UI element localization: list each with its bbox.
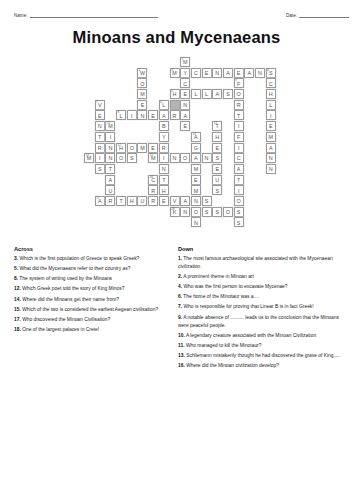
cell-letter: T: [109, 167, 112, 172]
cell-letter: N: [215, 71, 219, 76]
grid-cell[interactable]: R: [148, 185, 158, 195]
empty-space: [116, 175, 126, 185]
grid-cell[interactable]: T: [95, 132, 105, 142]
empty-space: [266, 57, 276, 67]
grid-cell[interactable]: S: [212, 185, 222, 195]
empty-space: [255, 78, 265, 88]
cell-letter: E: [183, 124, 187, 129]
grid-cell[interactable]: I: [127, 110, 137, 120]
grid-cell[interactable]: M: [191, 185, 201, 195]
grid-cell[interactable]: 17A: [95, 196, 105, 206]
grid-cell[interactable]: A: [159, 110, 169, 120]
cell-letter: E: [237, 71, 241, 76]
cell-letter: A: [194, 156, 198, 161]
cell-letter: U: [140, 199, 144, 204]
grid-cell[interactable]: I: [234, 185, 244, 195]
cell-letter: R: [151, 199, 155, 204]
cell-letter: L: [194, 92, 197, 97]
cell-letter: A: [98, 199, 102, 204]
cell-letter: A: [183, 199, 187, 204]
empty-space: [105, 78, 115, 88]
grid-cell[interactable]: S: [234, 217, 244, 227]
empty-space: [234, 57, 244, 67]
empty-space: [202, 78, 212, 88]
grid-cell[interactable]: N: [159, 164, 169, 174]
grid-cell[interactable]: C: [234, 153, 244, 163]
grid-cell[interactable]: 15M: [148, 153, 158, 163]
empty-space: [202, 185, 212, 195]
grid-cell[interactable]: L: [191, 89, 201, 99]
empty-space: [137, 121, 147, 131]
grid-cell[interactable]: E: [180, 121, 190, 131]
empty-space: [137, 164, 147, 174]
empty-space: [255, 110, 265, 120]
grid-cell[interactable]: T: [116, 196, 126, 206]
empty-space: [127, 78, 137, 88]
grid-cell[interactable]: H: [266, 89, 276, 99]
empty-space: [84, 143, 94, 153]
empty-space: [212, 196, 222, 206]
grid-cell[interactable]: 12H: [116, 143, 126, 153]
empty-space: [244, 217, 254, 227]
date-label: Date:: [286, 13, 297, 18]
grid-cell[interactable]: R: [95, 143, 105, 153]
grid-cell[interactable]: E: [148, 110, 158, 120]
grid-cell[interactable]: N: [105, 143, 115, 153]
grid-cell[interactable]: T: [234, 175, 244, 185]
grid-cell[interactable]: M: [137, 89, 147, 99]
cell-letter: M: [140, 145, 145, 150]
cell-letter: C: [269, 81, 273, 86]
empty-space: [116, 132, 126, 142]
grid-cell[interactable]: N: [180, 100, 190, 110]
cell-letter: E: [215, 167, 219, 172]
empty-space: [148, 89, 158, 99]
empty-space: [223, 153, 233, 163]
clue-item-across-17: 17. Who discovered the Minoan Civilisati…: [14, 316, 172, 324]
empty-space: [84, 78, 94, 88]
cell-letter: N: [194, 220, 198, 225]
empty-space: [255, 121, 265, 131]
grid-cell[interactable]: N: [191, 196, 201, 206]
grid-cell[interactable]: I: [159, 153, 169, 163]
grid-cell[interactable]: A: [223, 68, 233, 78]
grid-cell[interactable]: N: [191, 217, 201, 227]
cell-letter: G: [194, 145, 198, 150]
grid-cell[interactable]: S: [202, 207, 212, 217]
name-label: Name:: [14, 13, 28, 18]
cell-letter: F: [237, 81, 240, 86]
empty-space: [137, 132, 147, 142]
grid-cell[interactable]: 4S: [266, 68, 276, 78]
grid-cell[interactable]: V: [170, 196, 180, 206]
grid-cell[interactable]: A: [234, 164, 244, 174]
grid-cell[interactable]: O: [234, 196, 244, 206]
empty-space: [137, 185, 147, 195]
cell-letter: S: [237, 220, 241, 225]
cell-letter: S: [130, 156, 134, 161]
grid-cell[interactable]: N: [212, 68, 222, 78]
shaded-cell[interactable]: [170, 100, 180, 110]
cell-letter: T: [237, 178, 240, 183]
empty-space: [84, 121, 94, 131]
cell-letter: R: [162, 145, 166, 150]
down-header: Down: [178, 246, 344, 252]
grid-cell[interactable]: A: [180, 110, 190, 120]
empty-space: [191, 78, 201, 88]
grid-cell[interactable]: T: [159, 175, 169, 185]
cell-letter: H: [215, 135, 219, 140]
grid-cell[interactable]: 18K: [170, 207, 180, 217]
grid-cell[interactable]: S: [95, 164, 105, 174]
grid-cell[interactable]: R: [170, 110, 180, 120]
cell-letter: F: [237, 135, 240, 140]
cell-letter: N: [98, 124, 102, 129]
grid-cell[interactable]: E: [234, 68, 244, 78]
empty-space: [84, 100, 94, 110]
empty-space: [244, 175, 254, 185]
clue-item-down-1: 1. The most famous archaeological site a…: [178, 255, 344, 271]
grid-cell[interactable]: H: [127, 196, 137, 206]
grid-cell[interactable]: C: [180, 78, 190, 88]
name-blank-line[interactable]: [30, 13, 158, 18]
empty-space: [170, 185, 180, 195]
grid-cell[interactable]: M: [191, 164, 201, 174]
grid-cell[interactable]: I: [105, 132, 115, 142]
empty-space: [170, 57, 180, 67]
cell-letter: C: [151, 178, 155, 183]
cell-letter: M: [194, 167, 199, 172]
grid-cell[interactable]: S: [223, 89, 233, 99]
empty-space: [127, 68, 137, 78]
empty-space: [191, 110, 201, 120]
cell-letter: S: [226, 92, 230, 97]
grid-cell[interactable]: N: [266, 164, 276, 174]
clue-item-down-13: 13. Schliemann mistakenly thought he had…: [178, 352, 344, 360]
grid-cell[interactable]: N: [202, 153, 212, 163]
empty-space: [244, 153, 254, 163]
empty-space: [159, 217, 169, 227]
empty-space: [84, 217, 94, 227]
cell-letter: A: [237, 167, 241, 172]
grid-cell[interactable]: E: [159, 196, 169, 206]
empty-space: [116, 68, 126, 78]
empty-space: [255, 185, 265, 195]
cell-letter: I: [238, 188, 240, 193]
grid-cell[interactable]: I: [234, 143, 244, 153]
cell-letter: I: [270, 113, 272, 118]
cell-letter: E: [183, 92, 187, 97]
grid-cell[interactable]: A: [266, 143, 276, 153]
grid-cell[interactable]: E: [95, 110, 105, 120]
empty-space: [180, 185, 190, 195]
empty-space: [95, 175, 105, 185]
empty-space: [116, 207, 126, 217]
cell-letter: L: [162, 103, 165, 108]
empty-space: [159, 89, 169, 99]
cell-letter: H: [130, 199, 134, 204]
cell-letter: N: [108, 145, 112, 150]
clue-item-down-4: 4. Who was the first person to excavate …: [178, 283, 344, 291]
cell-letter: C: [194, 71, 198, 76]
grid-cell[interactable]: A: [105, 175, 115, 185]
cell-letter: L: [269, 103, 272, 108]
cell-letter: L: [205, 92, 208, 97]
empty-space: [84, 175, 94, 185]
grid-cell[interactable]: A: [212, 89, 222, 99]
grid-cell[interactable]: Y: [159, 132, 169, 142]
grid-cell[interactable]: O: [223, 207, 233, 217]
empty-space: [148, 57, 158, 67]
cell-letter: A: [162, 113, 166, 118]
clue-item-across-5: 5. What did the Mycenaeans refer to thei…: [14, 265, 172, 273]
empty-space: [137, 207, 147, 217]
grid-cell[interactable]: R: [159, 143, 169, 153]
grid-cell[interactable]: I: [234, 121, 244, 131]
grid-cell[interactable]: E: [137, 100, 147, 110]
grid-cell[interactable]: 10M: [105, 121, 115, 131]
cell-letter: H: [162, 188, 166, 193]
empty-space: [84, 132, 94, 142]
grid-cell[interactable]: R: [105, 196, 115, 206]
grid-cell[interactable]: N: [95, 121, 105, 131]
cell-letter: O: [194, 210, 198, 215]
grid-cell[interactable]: 13A: [191, 132, 201, 142]
cell-letter: E: [162, 199, 166, 204]
grid-cell[interactable]: E: [191, 175, 201, 185]
grid-cell[interactable]: B: [159, 121, 169, 131]
grid-cell[interactable]: 8L: [116, 110, 126, 120]
grid-cell[interactable]: 16C: [148, 175, 158, 185]
empty-space: [180, 164, 190, 174]
empty-space: [180, 143, 190, 153]
grid-cell[interactable]: T: [105, 164, 115, 174]
grid-cell[interactable]: Y: [180, 68, 190, 78]
grid-cell[interactable]: H: [212, 132, 222, 142]
cell-letter: O: [119, 156, 123, 161]
cell-letter: M: [172, 71, 177, 76]
empty-space: [202, 121, 212, 131]
empty-space: [116, 89, 126, 99]
grid-cell[interactable]: A: [180, 196, 190, 206]
grid-cell[interactable]: A: [191, 153, 201, 163]
empty-space: [116, 100, 126, 110]
empty-space: [170, 78, 180, 88]
empty-space: [127, 207, 137, 217]
cell-letter: N: [269, 167, 273, 172]
grid-cell[interactable]: 1M: [180, 57, 190, 67]
empty-space: [255, 175, 265, 185]
cell-letter: R: [151, 188, 155, 193]
cell-letter: S: [98, 167, 102, 172]
grid-cell[interactable]: H: [159, 185, 169, 195]
empty-space: [244, 100, 254, 110]
grid-cell[interactable]: 3M: [170, 68, 180, 78]
cell-letter: N: [183, 210, 187, 215]
empty-space: [244, 132, 254, 142]
grid-cell[interactable]: E: [202, 68, 212, 78]
cell-letter: Y: [162, 135, 166, 140]
cell-letter: E: [215, 145, 219, 150]
grid-cell[interactable]: 11T: [212, 121, 222, 131]
grid-cell[interactable]: O: [116, 153, 126, 163]
empty-space: [84, 196, 94, 206]
cell-letter: N: [258, 71, 262, 76]
empty-space: [191, 100, 201, 110]
grid-cell[interactable]: S: [212, 207, 222, 217]
cell-letter: O: [183, 156, 187, 161]
empty-space: [223, 121, 233, 131]
grid-cell[interactable]: L: [266, 100, 276, 110]
grid-cell[interactable]: S: [234, 207, 244, 217]
empty-space: [244, 78, 254, 88]
grid-cell[interactable]: N: [105, 153, 115, 163]
clue-item-down-2: 2. A prominent theme in Minoan art: [178, 273, 344, 281]
cell-letter: H: [119, 145, 123, 150]
empty-space: [148, 121, 158, 131]
grid-cell[interactable]: N: [137, 110, 147, 120]
grid-cell[interactable]: N: [255, 68, 265, 78]
across-clues-section: Across 3. Which is the first population …: [14, 246, 172, 336]
empty-space: [244, 89, 254, 99]
grid-cell[interactable]: A: [244, 68, 254, 78]
grid-cell[interactable]: 7V: [95, 100, 105, 110]
cell-letter: T: [162, 178, 165, 183]
grid-cell[interactable]: C: [266, 78, 276, 88]
empty-space: [105, 100, 115, 110]
cell-letter: I: [131, 113, 133, 118]
grid-cell[interactable]: C: [191, 68, 201, 78]
cell-letter: A: [183, 113, 187, 118]
clue-item-down-7: 7. Who is responsible for proving that L…: [178, 303, 344, 311]
empty-space: [244, 121, 254, 131]
empty-space: [202, 57, 212, 67]
empty-space: [95, 217, 105, 227]
grid-cell[interactable]: O: [127, 143, 137, 153]
empty-space: [180, 217, 190, 227]
empty-space: [170, 121, 180, 131]
grid-cell[interactable]: S: [202, 196, 212, 206]
empty-space: [159, 57, 169, 67]
empty-space: [223, 78, 233, 88]
cell-letter: K: [173, 210, 177, 215]
grid-cell[interactable]: S: [212, 153, 222, 163]
empty-space: [137, 153, 147, 163]
cell-letter: V: [173, 199, 177, 204]
cell-letter: N: [194, 199, 198, 204]
grid-cell[interactable]: O: [234, 89, 244, 99]
grid-cell[interactable]: S: [127, 153, 137, 163]
grid-cell[interactable]: N: [170, 153, 180, 163]
grid-cell[interactable]: E: [266, 121, 276, 131]
grid-cell[interactable]: G: [191, 143, 201, 153]
empty-space: [148, 68, 158, 78]
grid-cell[interactable]: I: [95, 153, 105, 163]
grid-cell[interactable]: 14M: [84, 153, 94, 163]
cell-letter: H: [269, 92, 273, 97]
empty-space: [170, 164, 180, 174]
cell-letter: R: [237, 103, 241, 108]
grid-cell[interactable]: N: [180, 207, 190, 217]
empty-space: [84, 110, 94, 120]
grid-cell[interactable]: N: [266, 153, 276, 163]
cell-letter: N: [269, 156, 273, 161]
grid-cell[interactable]: O: [180, 153, 190, 163]
grid-cell[interactable]: O: [191, 207, 201, 217]
empty-space: [148, 217, 158, 227]
cell-letter: M: [151, 156, 156, 161]
clue-item-across-3: 3. Which is the first population of Gree…: [14, 255, 172, 263]
empty-space: [148, 207, 158, 217]
empty-space: [223, 100, 233, 110]
empty-space: [244, 57, 254, 67]
grid-cell[interactable]: U: [105, 185, 115, 195]
empty-space: [244, 185, 254, 195]
clue-item-down-16: 16. Where did the Minoan civilization de…: [178, 362, 344, 370]
clue-item-across-18: 18. One of the largest palaces in Crete!: [14, 326, 172, 334]
cell-letter: B: [162, 124, 166, 129]
grid-cell[interactable]: 2W: [137, 68, 147, 78]
empty-space: [148, 100, 158, 110]
grid-cell[interactable]: R: [234, 100, 244, 110]
empty-space: [223, 196, 233, 206]
grid-cell[interactable]: F: [234, 132, 244, 142]
empty-space: [255, 132, 265, 142]
cell-letter: E: [151, 113, 155, 118]
empty-space: [127, 164, 137, 174]
grid-cell[interactable]: 6L: [159, 100, 169, 110]
cell-letter: O: [237, 199, 241, 204]
empty-space: [84, 57, 94, 67]
grid-cell[interactable]: L: [202, 89, 212, 99]
empty-space: [202, 217, 212, 227]
cell-letter: I: [238, 145, 240, 150]
cell-letter: U: [215, 178, 219, 183]
empty-space: [84, 68, 94, 78]
cell-letter: U: [108, 188, 112, 193]
grid-cell[interactable]: M: [266, 132, 276, 142]
empty-space: [212, 110, 222, 120]
grid-cell[interactable]: U: [137, 196, 147, 206]
cell-letter: E: [269, 124, 273, 129]
empty-space: [255, 196, 265, 206]
grid-cell[interactable]: M: [137, 143, 147, 153]
grid-cell[interactable]: E: [212, 143, 222, 153]
grid-cell[interactable]: 9F: [234, 78, 244, 88]
cell-letter: M: [108, 124, 113, 129]
empty-space: [95, 68, 105, 78]
grid-cell[interactable]: I: [266, 110, 276, 120]
grid-cell[interactable]: 5H: [170, 89, 180, 99]
grid-cell[interactable]: O: [137, 78, 147, 88]
grid-cell[interactable]: T: [234, 110, 244, 120]
grid-cell[interactable]: E: [212, 164, 222, 174]
worksheet-page: Name: Date: Minoans and Mycenaeans 1M2W3…: [0, 0, 353, 500]
grid-cell[interactable]: E: [180, 89, 190, 99]
grid-cell[interactable]: U: [212, 175, 222, 185]
empty-space: [116, 121, 126, 131]
cell-letter: E: [205, 71, 209, 76]
cell-letter: E: [151, 145, 155, 150]
empty-space: [84, 89, 94, 99]
cell-letter: N: [205, 156, 209, 161]
date-blank-line[interactable]: [299, 13, 349, 18]
empty-space: [116, 185, 126, 195]
date-field: Date:: [286, 13, 349, 18]
grid-cell[interactable]: E: [148, 143, 158, 153]
empty-space: [212, 57, 222, 67]
grid-cell[interactable]: R: [148, 196, 158, 206]
